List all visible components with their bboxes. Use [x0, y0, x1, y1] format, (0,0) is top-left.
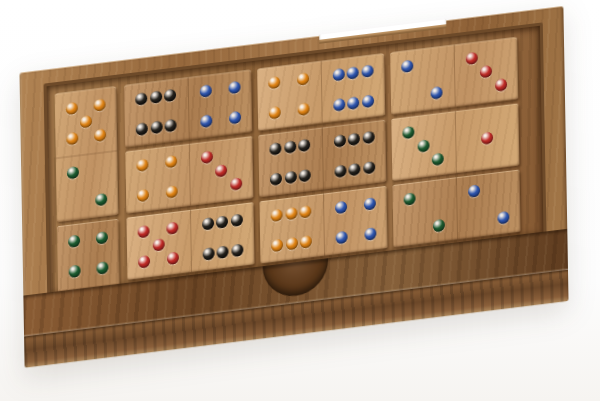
photo-scene	[0, 0, 600, 401]
domino-half	[259, 194, 323, 264]
pip	[347, 96, 359, 110]
pip	[347, 66, 359, 80]
pip	[465, 52, 477, 66]
pip	[200, 114, 212, 128]
pip	[165, 119, 177, 133]
pip	[66, 132, 78, 146]
pip	[230, 177, 242, 191]
domino-tile[interactable]	[259, 186, 387, 264]
pip	[270, 142, 282, 156]
pip	[201, 151, 213, 165]
pip	[80, 115, 92, 129]
pip	[164, 89, 176, 103]
domino-tile[interactable]	[55, 86, 119, 222]
domino-half	[390, 45, 454, 115]
pip	[68, 234, 80, 248]
finger-notch[interactable]	[263, 258, 329, 299]
pip	[271, 209, 283, 223]
pip	[431, 86, 443, 100]
domino-half	[258, 127, 322, 197]
pip	[362, 94, 374, 108]
pip	[229, 111, 241, 125]
domino-tile[interactable]	[126, 202, 254, 280]
domino-half	[321, 119, 386, 189]
pip	[94, 128, 106, 142]
pip	[300, 205, 312, 219]
domino-half	[454, 103, 519, 173]
pip	[298, 139, 310, 153]
pip	[217, 245, 229, 259]
pip	[404, 192, 416, 206]
pip	[361, 65, 373, 79]
pip	[300, 235, 312, 249]
pip	[335, 231, 347, 245]
pip	[152, 238, 164, 252]
domino-half	[125, 144, 189, 214]
pip	[94, 98, 106, 112]
pip	[137, 189, 149, 203]
pip	[270, 172, 282, 186]
pip	[215, 164, 227, 178]
domino-half	[189, 202, 254, 272]
pip	[284, 141, 296, 155]
pip	[166, 185, 178, 199]
pip	[216, 215, 228, 229]
domino-half	[56, 150, 119, 222]
pip	[68, 265, 80, 279]
pip	[480, 65, 492, 79]
pip	[135, 92, 147, 106]
pip	[271, 239, 283, 253]
pip	[96, 230, 108, 244]
pip	[97, 261, 109, 275]
pip	[167, 221, 179, 235]
domino-tile[interactable]	[390, 37, 518, 115]
domino-half	[188, 136, 253, 206]
domino-half	[392, 177, 456, 247]
pip	[497, 211, 509, 225]
pip	[202, 247, 214, 261]
domino-half	[57, 219, 120, 290]
pip	[433, 219, 445, 233]
domino-half	[455, 169, 520, 239]
pip	[299, 169, 311, 183]
pip	[165, 155, 177, 169]
domino-half	[320, 53, 385, 123]
pip	[286, 237, 298, 251]
domino-tile[interactable]	[124, 69, 252, 147]
pip	[228, 81, 240, 95]
pip	[285, 207, 297, 221]
pip	[231, 214, 243, 228]
domino-half	[124, 77, 188, 147]
pip	[297, 72, 309, 86]
pip	[67, 166, 79, 180]
domino-half	[391, 111, 455, 181]
pip	[481, 131, 493, 145]
pip	[348, 133, 360, 147]
pip	[285, 170, 297, 184]
domino-half	[322, 186, 387, 256]
pip	[363, 161, 375, 175]
pip	[332, 68, 344, 82]
pip	[417, 139, 429, 153]
pip	[137, 159, 149, 173]
pip	[335, 201, 347, 215]
pip	[298, 102, 310, 116]
pip	[231, 243, 243, 257]
pip	[138, 225, 150, 239]
pip	[403, 126, 415, 140]
pip	[349, 163, 361, 177]
pip	[363, 131, 375, 145]
domino-half	[55, 86, 118, 157]
domino-box	[19, 6, 568, 368]
domino-half	[126, 210, 190, 280]
pip	[334, 134, 346, 148]
pip	[268, 76, 280, 90]
pip	[167, 251, 179, 265]
pip	[401, 60, 413, 74]
pip	[136, 122, 148, 136]
pip	[150, 91, 162, 105]
pip	[334, 164, 346, 178]
pip	[95, 193, 107, 207]
domino-tile[interactable]	[125, 136, 253, 214]
domino-tile[interactable]	[392, 169, 520, 247]
pip	[199, 84, 211, 98]
domino-half	[453, 37, 518, 107]
domino-tile[interactable]	[258, 119, 386, 197]
domino-half	[257, 61, 321, 131]
pip	[150, 120, 162, 134]
pip	[495, 78, 507, 92]
pip	[468, 184, 480, 198]
pip	[364, 227, 376, 241]
pip	[333, 98, 345, 112]
pip	[432, 152, 444, 166]
pip	[269, 106, 281, 120]
pip	[202, 217, 214, 231]
domino-half	[187, 69, 252, 139]
domino-tile[interactable]	[257, 53, 385, 131]
domino-tile[interactable]	[391, 103, 519, 181]
pip	[65, 101, 77, 115]
pip	[138, 255, 150, 269]
pip	[364, 197, 376, 211]
